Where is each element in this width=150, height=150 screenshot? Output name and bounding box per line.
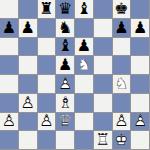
white-pawn[interactable]: ♟♙ — [113, 113, 131, 131]
white-knight[interactable]: ♞♘ — [113, 75, 131, 93]
square-b4[interactable] — [19, 75, 38, 94]
piece-glyph: ♜ — [38, 0, 56, 18]
white-pawn[interactable]: ♟♙ — [19, 94, 37, 112]
black-pawn[interactable]: ♟ — [75, 38, 93, 56]
piece-outline: ♘ — [75, 56, 93, 74]
square-b3[interactable]: ♟♙ — [19, 94, 38, 113]
piece-outline: ♙ — [19, 94, 37, 112]
square-b5[interactable] — [19, 56, 38, 75]
piece-glyph: ♟ — [56, 56, 74, 74]
square-e5[interactable]: ♞♘ — [75, 56, 94, 75]
square-a5[interactable] — [0, 56, 19, 75]
piece-outline: ♙ — [0, 113, 18, 131]
piece-outline: ♙ — [56, 75, 74, 93]
square-a4[interactable] — [0, 75, 19, 94]
square-d6[interactable]: ♝ — [56, 38, 75, 57]
square-d5[interactable]: ♟ — [56, 56, 75, 75]
square-a2[interactable]: ♟♙ — [0, 113, 19, 132]
square-a8[interactable] — [0, 0, 19, 19]
black-pawn[interactable]: ♟ — [56, 56, 74, 74]
square-d2[interactable]: ♛♕ — [56, 113, 75, 132]
square-h3[interactable] — [131, 94, 150, 113]
black-bishop[interactable]: ♝ — [75, 0, 93, 18]
square-f3[interactable] — [94, 94, 113, 113]
square-g1[interactable]: ♚♔ — [113, 131, 132, 150]
piece-outline: ♔ — [113, 131, 131, 149]
square-g8[interactable]: ♚ — [113, 0, 132, 19]
piece-outline: ♗ — [56, 94, 74, 112]
square-c2[interactable]: ♟♙ — [38, 113, 57, 132]
white-bishop[interactable]: ♝♗ — [56, 94, 74, 112]
white-rook[interactable]: ♜♖ — [94, 131, 112, 149]
black-queen[interactable]: ♛ — [56, 0, 74, 18]
piece-glyph: ♛ — [56, 0, 74, 18]
square-c3[interactable] — [38, 94, 57, 113]
piece-glyph: ♝ — [56, 38, 74, 56]
piece-glyph: ♞ — [56, 19, 74, 37]
square-g2[interactable]: ♟♙ — [113, 113, 132, 132]
square-d8[interactable]: ♛ — [56, 0, 75, 19]
black-bishop[interactable]: ♝ — [56, 38, 74, 56]
square-b8[interactable] — [19, 0, 38, 19]
square-c1[interactable] — [38, 131, 57, 150]
square-f6[interactable] — [94, 38, 113, 57]
square-g3[interactable] — [113, 94, 132, 113]
black-king[interactable]: ♚ — [113, 0, 131, 18]
black-rook[interactable]: ♜ — [38, 0, 56, 18]
white-pawn[interactable]: ♟♙ — [38, 113, 56, 131]
square-f5[interactable] — [94, 56, 113, 75]
piece-glyph: ♟ — [0, 19, 18, 37]
square-h5[interactable] — [131, 56, 150, 75]
square-f7[interactable] — [94, 19, 113, 38]
piece-outline: ♙ — [38, 113, 56, 131]
piece-glyph: ♚ — [113, 0, 131, 18]
piece-glyph: ♟ — [19, 19, 37, 37]
square-b6[interactable] — [19, 38, 38, 57]
white-queen[interactable]: ♛♕ — [56, 113, 74, 131]
square-h4[interactable] — [131, 75, 150, 94]
piece-outline: ♕ — [56, 113, 74, 131]
black-pawn[interactable]: ♟ — [113, 19, 131, 37]
square-g4[interactable]: ♞♘ — [113, 75, 132, 94]
square-h8[interactable] — [131, 0, 150, 19]
square-f1[interactable]: ♜♖ — [94, 131, 113, 150]
white-pawn[interactable]: ♟♙ — [131, 113, 149, 131]
white-knight[interactable]: ♞♘ — [75, 56, 93, 74]
square-h6[interactable] — [131, 38, 150, 57]
square-a7[interactable]: ♟ — [0, 19, 19, 38]
square-h2[interactable]: ♟♙ — [131, 113, 150, 132]
square-d3[interactable]: ♝♗ — [56, 94, 75, 113]
square-d1[interactable] — [56, 131, 75, 150]
black-pawn[interactable]: ♟ — [131, 19, 149, 37]
square-b2[interactable] — [19, 113, 38, 132]
square-f4[interactable] — [94, 75, 113, 94]
square-c5[interactable] — [38, 56, 57, 75]
square-h7[interactable]: ♟ — [131, 19, 150, 38]
square-e4[interactable] — [75, 75, 94, 94]
square-g5[interactable] — [113, 56, 132, 75]
square-d7[interactable]: ♞ — [56, 19, 75, 38]
square-e1[interactable] — [75, 131, 94, 150]
square-c8[interactable]: ♜ — [38, 0, 57, 19]
piece-glyph: ♟ — [113, 19, 131, 37]
black-pawn[interactable]: ♟ — [19, 19, 37, 37]
piece-outline: ♙ — [113, 113, 131, 131]
black-pawn[interactable]: ♟ — [0, 19, 18, 37]
square-a3[interactable] — [0, 94, 19, 113]
black-knight[interactable]: ♞ — [56, 19, 74, 37]
square-a1[interactable] — [0, 131, 19, 150]
square-e7[interactable] — [75, 19, 94, 38]
square-a6[interactable] — [0, 38, 19, 57]
square-e8[interactable]: ♝ — [75, 0, 94, 19]
white-pawn[interactable]: ♟♙ — [56, 75, 74, 93]
square-c6[interactable] — [38, 38, 57, 57]
white-king[interactable]: ♚♔ — [113, 131, 131, 149]
square-e3[interactable] — [75, 94, 94, 113]
square-c7[interactable] — [38, 19, 57, 38]
square-b7[interactable]: ♟ — [19, 19, 38, 38]
piece-outline: ♖ — [94, 131, 112, 149]
square-b1[interactable] — [19, 131, 38, 150]
piece-outline: ♙ — [131, 113, 149, 131]
piece-glyph: ♟ — [131, 19, 149, 37]
piece-outline: ♘ — [113, 75, 131, 93]
square-h1[interactable] — [131, 131, 150, 150]
square-g6[interactable] — [113, 38, 132, 57]
piece-glyph: ♟ — [75, 38, 93, 56]
square-e6[interactable]: ♟ — [75, 38, 94, 57]
chess-board: ♜♛♝♚♟♟♞♟♟♝♟♟♞♘♟♙♞♘♟♙♝♗♟♙♟♙♛♕♟♙♟♙♜♖♚♔ — [0, 0, 150, 150]
square-c4[interactable] — [38, 75, 57, 94]
white-pawn[interactable]: ♟♙ — [0, 113, 18, 131]
square-g7[interactable]: ♟ — [113, 19, 132, 38]
square-d4[interactable]: ♟♙ — [56, 75, 75, 94]
square-e2[interactable] — [75, 113, 94, 132]
square-f2[interactable] — [94, 113, 113, 132]
square-f8[interactable] — [94, 0, 113, 19]
piece-glyph: ♝ — [75, 0, 93, 18]
